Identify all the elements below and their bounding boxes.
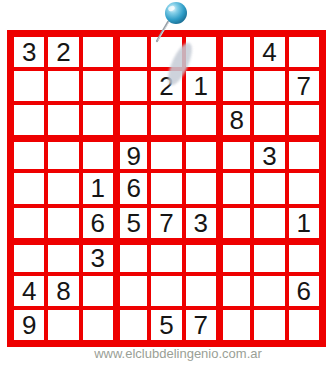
cell-r1c6[interactable] xyxy=(186,37,216,67)
cell-r6c8[interactable] xyxy=(254,208,284,238)
cell-r2c7[interactable] xyxy=(220,71,250,101)
cell-r8c6[interactable] xyxy=(186,276,216,306)
cell-r6c5[interactable]: 7 xyxy=(151,208,181,238)
cell-r2c9[interactable]: 7 xyxy=(289,71,319,101)
cell-r8c1[interactable]: 4 xyxy=(14,276,44,306)
cell-r1c3[interactable] xyxy=(83,37,113,67)
cell-r9c6[interactable]: 7 xyxy=(186,310,216,340)
cell-r5c1[interactable] xyxy=(14,173,44,203)
cell-r9c3[interactable] xyxy=(83,310,113,340)
cell-r2c3[interactable] xyxy=(83,71,113,101)
cell-r4c7[interactable] xyxy=(220,139,250,169)
cell-r4c5[interactable] xyxy=(151,139,181,169)
cell-r3c7[interactable]: 8 xyxy=(220,105,250,135)
pushpin-head-specular xyxy=(167,5,175,12)
cell-r4c2[interactable] xyxy=(48,139,78,169)
cell-r7c1[interactable] xyxy=(14,242,44,272)
cell-r1c8[interactable]: 4 xyxy=(254,37,284,67)
cell-r7c3[interactable]: 3 xyxy=(83,242,113,272)
cell-r4c4[interactable]: 9 xyxy=(117,139,147,169)
cell-r2c2[interactable] xyxy=(48,71,78,101)
cell-r1c4[interactable] xyxy=(117,37,147,67)
cell-r3c1[interactable] xyxy=(14,105,44,135)
cell-r7c6[interactable] xyxy=(186,242,216,272)
cell-r7c8[interactable] xyxy=(254,242,284,272)
cell-r7c4[interactable] xyxy=(117,242,147,272)
cell-r7c9[interactable] xyxy=(289,242,319,272)
cell-r4c9[interactable] xyxy=(289,139,319,169)
cell-r4c6[interactable] xyxy=(186,139,216,169)
cell-r9c5[interactable]: 5 xyxy=(151,310,181,340)
cell-r5c4[interactable]: 6 xyxy=(117,173,147,203)
cell-r1c2[interactable]: 2 xyxy=(48,37,78,67)
cell-r1c9[interactable] xyxy=(289,37,319,67)
cell-r3c3[interactable] xyxy=(83,105,113,135)
cell-r3c8[interactable] xyxy=(254,105,284,135)
cell-r4c1[interactable] xyxy=(14,139,44,169)
cell-r9c8[interactable] xyxy=(254,310,284,340)
cell-r3c4[interactable] xyxy=(117,105,147,135)
cell-r8c5[interactable] xyxy=(151,276,181,306)
cell-r5c3[interactable]: 1 xyxy=(83,173,113,203)
cell-r2c6[interactable]: 1 xyxy=(186,71,216,101)
cell-r4c3[interactable] xyxy=(83,139,113,169)
cell-r4c8[interactable]: 3 xyxy=(254,139,284,169)
sudoku-page: 32421789316657313486957 www.elclubdeling… xyxy=(0,0,332,366)
cell-r5c2[interactable] xyxy=(48,173,78,203)
cell-r9c1[interactable]: 9 xyxy=(14,310,44,340)
cell-r7c2[interactable] xyxy=(48,242,78,272)
cell-r8c2[interactable]: 8 xyxy=(48,276,78,306)
cell-r2c1[interactable] xyxy=(14,71,44,101)
cell-r8c8[interactable] xyxy=(254,276,284,306)
cell-r5c9[interactable] xyxy=(289,173,319,203)
cell-r6c2[interactable] xyxy=(48,208,78,238)
cell-r3c6[interactable] xyxy=(186,105,216,135)
cell-r6c4[interactable]: 5 xyxy=(117,208,147,238)
pushpin-head xyxy=(165,2,187,24)
cell-r3c2[interactable] xyxy=(48,105,78,135)
cell-r5c8[interactable] xyxy=(254,173,284,203)
cell-r6c9[interactable]: 1 xyxy=(289,208,319,238)
cell-r5c5[interactable] xyxy=(151,173,181,203)
cell-r6c6[interactable]: 3 xyxy=(186,208,216,238)
cell-r8c9[interactable]: 6 xyxy=(289,276,319,306)
cell-r5c7[interactable] xyxy=(220,173,250,203)
cell-r9c9[interactable] xyxy=(289,310,319,340)
cell-r2c8[interactable] xyxy=(254,71,284,101)
cell-r1c1[interactable]: 3 xyxy=(14,37,44,67)
cell-r7c5[interactable] xyxy=(151,242,181,272)
cell-r2c5[interactable]: 2 xyxy=(151,71,181,101)
cell-r3c9[interactable] xyxy=(289,105,319,135)
cell-r8c7[interactable] xyxy=(220,276,250,306)
cell-r5c6[interactable] xyxy=(186,173,216,203)
cell-r8c3[interactable] xyxy=(83,276,113,306)
cell-r6c3[interactable]: 6 xyxy=(83,208,113,238)
cell-r9c4[interactable] xyxy=(117,310,147,340)
cell-r6c1[interactable] xyxy=(14,208,44,238)
cell-r3c5[interactable] xyxy=(151,105,181,135)
cell-r6c7[interactable] xyxy=(220,208,250,238)
cell-r7c7[interactable] xyxy=(220,242,250,272)
cell-r1c7[interactable] xyxy=(220,37,250,67)
cell-r1c5[interactable] xyxy=(151,37,181,67)
cell-r9c2[interactable] xyxy=(48,310,78,340)
cell-r2c4[interactable] xyxy=(117,71,147,101)
sudoku-board: 32421789316657313486957 xyxy=(7,30,326,347)
cell-r8c4[interactable] xyxy=(117,276,147,306)
footer-url: www.elclubdelingenio.com.ar xyxy=(24,346,332,361)
cell-r9c7[interactable] xyxy=(220,310,250,340)
